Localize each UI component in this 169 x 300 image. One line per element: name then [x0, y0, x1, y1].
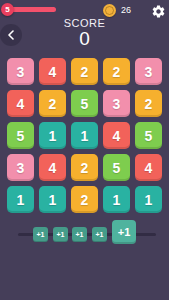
tile-r2c3[interactable]: 5: [71, 90, 98, 117]
powerup-plus-one-1[interactable]: +1: [33, 227, 48, 242]
tile-r2c2[interactable]: 2: [39, 90, 66, 117]
tile-r1c2[interactable]: 4: [39, 58, 66, 85]
tile-r1c5[interactable]: 3: [135, 58, 162, 85]
back-button[interactable]: [0, 24, 22, 46]
tile-r2c1[interactable]: 4: [7, 90, 34, 117]
tile-r1c4[interactable]: 2: [103, 58, 130, 85]
tile-r5c3[interactable]: 2: [71, 186, 98, 213]
tile-r2c5[interactable]: 2: [135, 90, 162, 117]
powerup-plus-one-4[interactable]: +1: [92, 227, 107, 242]
tile-r3c1[interactable]: 5: [7, 122, 34, 149]
coin-count: 26: [121, 5, 131, 15]
tile-r5c4[interactable]: 1: [103, 186, 130, 213]
tile-r3c5[interactable]: 5: [135, 122, 162, 149]
coin-icon: [103, 4, 116, 17]
tile-grid: 3422342532511453425411211: [7, 58, 162, 213]
powerup-plus-one-2[interactable]: +1: [53, 227, 68, 242]
score-value: 0: [0, 28, 169, 50]
tile-r4c3[interactable]: 2: [71, 154, 98, 181]
coin-icon-inner-ring: [105, 6, 114, 15]
level-badge: 5: [1, 3, 14, 16]
tile-r5c2[interactable]: 1: [39, 186, 66, 213]
tile-r1c1[interactable]: 3: [7, 58, 34, 85]
level-number: 5: [5, 5, 9, 14]
tile-r3c4[interactable]: 4: [103, 122, 130, 149]
tile-r5c1[interactable]: 1: [7, 186, 34, 213]
game-screen: 5 26 SCORE 0 3422342532511453425411211 +…: [0, 0, 169, 300]
tile-r4c1[interactable]: 3: [7, 154, 34, 181]
tile-r1c3[interactable]: 2: [71, 58, 98, 85]
tile-r4c5[interactable]: 4: [135, 154, 162, 181]
tile-r4c2[interactable]: 4: [39, 154, 66, 181]
powerup-plus-one-big[interactable]: +1: [112, 220, 136, 244]
back-chevron-icon: [7, 30, 15, 40]
tile-r4c4[interactable]: 5: [103, 154, 130, 181]
tile-r5c5[interactable]: 1: [135, 186, 162, 213]
tile-r3c2[interactable]: 1: [39, 122, 66, 149]
tile-r2c4[interactable]: 3: [103, 90, 130, 117]
tile-r3c3[interactable]: 1: [71, 122, 98, 149]
powerup-plus-one-3[interactable]: +1: [72, 227, 87, 242]
